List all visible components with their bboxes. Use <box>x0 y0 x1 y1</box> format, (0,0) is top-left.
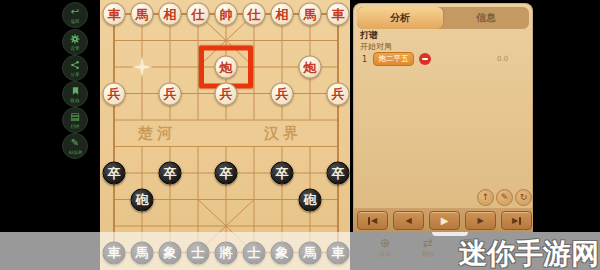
app-window: ↩ 返回 设置 分享 收藏 ▤ 棋谱 ✎ AI摆谱 楚河 汉界 <box>0 0 600 270</box>
board-piece-black[interactable]: 卒 <box>159 162 182 185</box>
board-piece-red[interactable]: 仕 <box>243 3 266 26</box>
board-piece-red[interactable]: 兵 <box>327 82 350 105</box>
tab-analysis[interactable]: 分析 <box>357 7 443 29</box>
settings-button[interactable]: 设置 <box>62 29 88 55</box>
board-piece-red[interactable]: 炮 <box>215 56 238 79</box>
edit-board-button[interactable]: ✎ <box>496 189 513 206</box>
analysis-panel: 分析 信息 打谱 开始对局 1 炮二平五 0.0 ↑ ✎ ↻ ◀ ◀ ▶ ▶ ▶ <box>353 3 533 232</box>
move-number: 1 <box>362 55 367 64</box>
board-piece-black[interactable]: 卒 <box>327 162 350 185</box>
move-score: 0.0 <box>497 55 508 63</box>
share-label: 分享 <box>71 71 80 76</box>
playback-bar: ◀ ◀ ▶ ▶ ▶ <box>353 208 533 232</box>
board-piece-red[interactable]: 車 <box>327 3 350 26</box>
river-label-left: 楚河 <box>138 124 176 143</box>
board-piece-red[interactable]: 炮 <box>299 56 322 79</box>
skip-start-button[interactable]: ◀ <box>357 211 388 230</box>
board-piece-red[interactable]: 帥 <box>215 3 238 26</box>
board-piece-red[interactable]: 仕 <box>187 3 210 26</box>
river-label-right: 汉界 <box>264 124 302 143</box>
add-tool-button[interactable]: ⊕ 添加 <box>363 237 407 258</box>
board-piece-black[interactable]: 卒 <box>271 162 294 185</box>
board-piece-black[interactable]: 卒 <box>103 162 126 185</box>
tab-info[interactable]: 信息 <box>443 7 529 29</box>
watermark-text: 迷你手游网 <box>459 235 599 270</box>
board-piece-black[interactable]: 砲 <box>299 188 322 211</box>
board-piece-black[interactable]: 砲 <box>131 188 154 211</box>
ai-edit-button[interactable]: ✎ AI摆谱 <box>62 133 88 159</box>
manual-label: 棋谱 <box>71 123 80 128</box>
board-piece-red[interactable]: 兵 <box>159 82 182 105</box>
manual-button[interactable]: ▤ 棋谱 <box>62 107 88 133</box>
settings-label: 设置 <box>71 45 80 50</box>
board-piece-red[interactable]: 相 <box>159 3 182 26</box>
favorite-label: 收藏 <box>71 97 80 102</box>
ai-edit-icon: ✎ <box>71 138 79 149</box>
move-button[interactable]: 炮二平五 <box>373 52 414 66</box>
step-back-button[interactable]: ◀ <box>393 211 424 230</box>
rotate-icon: ↻ <box>520 192 528 202</box>
panel-tabbar: 分析 信息 <box>357 7 529 29</box>
manual-grid-icon: ▤ <box>70 112 79 123</box>
board-piece-red[interactable]: 兵 <box>215 82 238 105</box>
red-book-badge-icon <box>419 53 431 65</box>
board-piece-red[interactable]: 馬 <box>131 3 154 26</box>
board-piece-red[interactable]: 相 <box>271 3 294 26</box>
board-piece-red[interactable]: 兵 <box>103 82 126 105</box>
skip-end-button[interactable]: ▶ <box>501 211 532 230</box>
scroll-top-button[interactable]: ↑ <box>477 189 494 206</box>
flip-tool-button[interactable]: ⇄ 翻转 <box>406 237 450 258</box>
sidebar: ↩ 返回 设置 分享 收藏 ▤ 棋谱 ✎ AI摆谱 <box>0 0 100 270</box>
back-button[interactable]: ↩ 返回 <box>62 2 88 28</box>
back-icon: ↩ <box>71 7 79 18</box>
add-tool-label: 添加 <box>379 250 391 258</box>
share-icon <box>70 60 80 71</box>
up-arrow-icon: ↑ <box>482 192 490 202</box>
move-row: 1 炮二平五 0.0 <box>353 51 533 69</box>
favorite-button[interactable]: 收藏 <box>62 81 88 107</box>
bottom-strip: ⊕ 添加 ⇄ 翻转 ▦ 谱库 迷你手游网 <box>0 232 600 270</box>
board-piece-red[interactable]: 兵 <box>271 82 294 105</box>
ai-edit-label: AI摆谱 <box>68 149 81 154</box>
bookmark-icon <box>71 86 80 97</box>
edit-icon: ✎ <box>501 192 509 202</box>
swap-arrows-icon: ⇄ <box>423 237 433 250</box>
flip-tool-label: 翻转 <box>422 250 434 258</box>
board-piece-red[interactable]: 馬 <box>299 3 322 26</box>
board-piece-black[interactable]: 卒 <box>215 162 238 185</box>
board-piece-red[interactable]: 車 <box>103 3 126 26</box>
back-label: 返回 <box>71 18 80 23</box>
step-forward-button[interactable]: ▶ <box>465 211 496 230</box>
play-button[interactable]: ▶ <box>429 211 460 230</box>
gear-icon <box>70 34 80 45</box>
rotate-board-button[interactable]: ↻ <box>515 189 532 206</box>
xiangqi-board[interactable]: 楚河 汉界 車馬相仕帥仕相馬車炮炮兵兵兵兵兵卒卒卒卒卒砲砲車馬象士將士象馬車 <box>100 0 350 270</box>
share-button[interactable]: 分享 <box>62 55 88 81</box>
add-circle-icon: ⊕ <box>380 237 390 250</box>
